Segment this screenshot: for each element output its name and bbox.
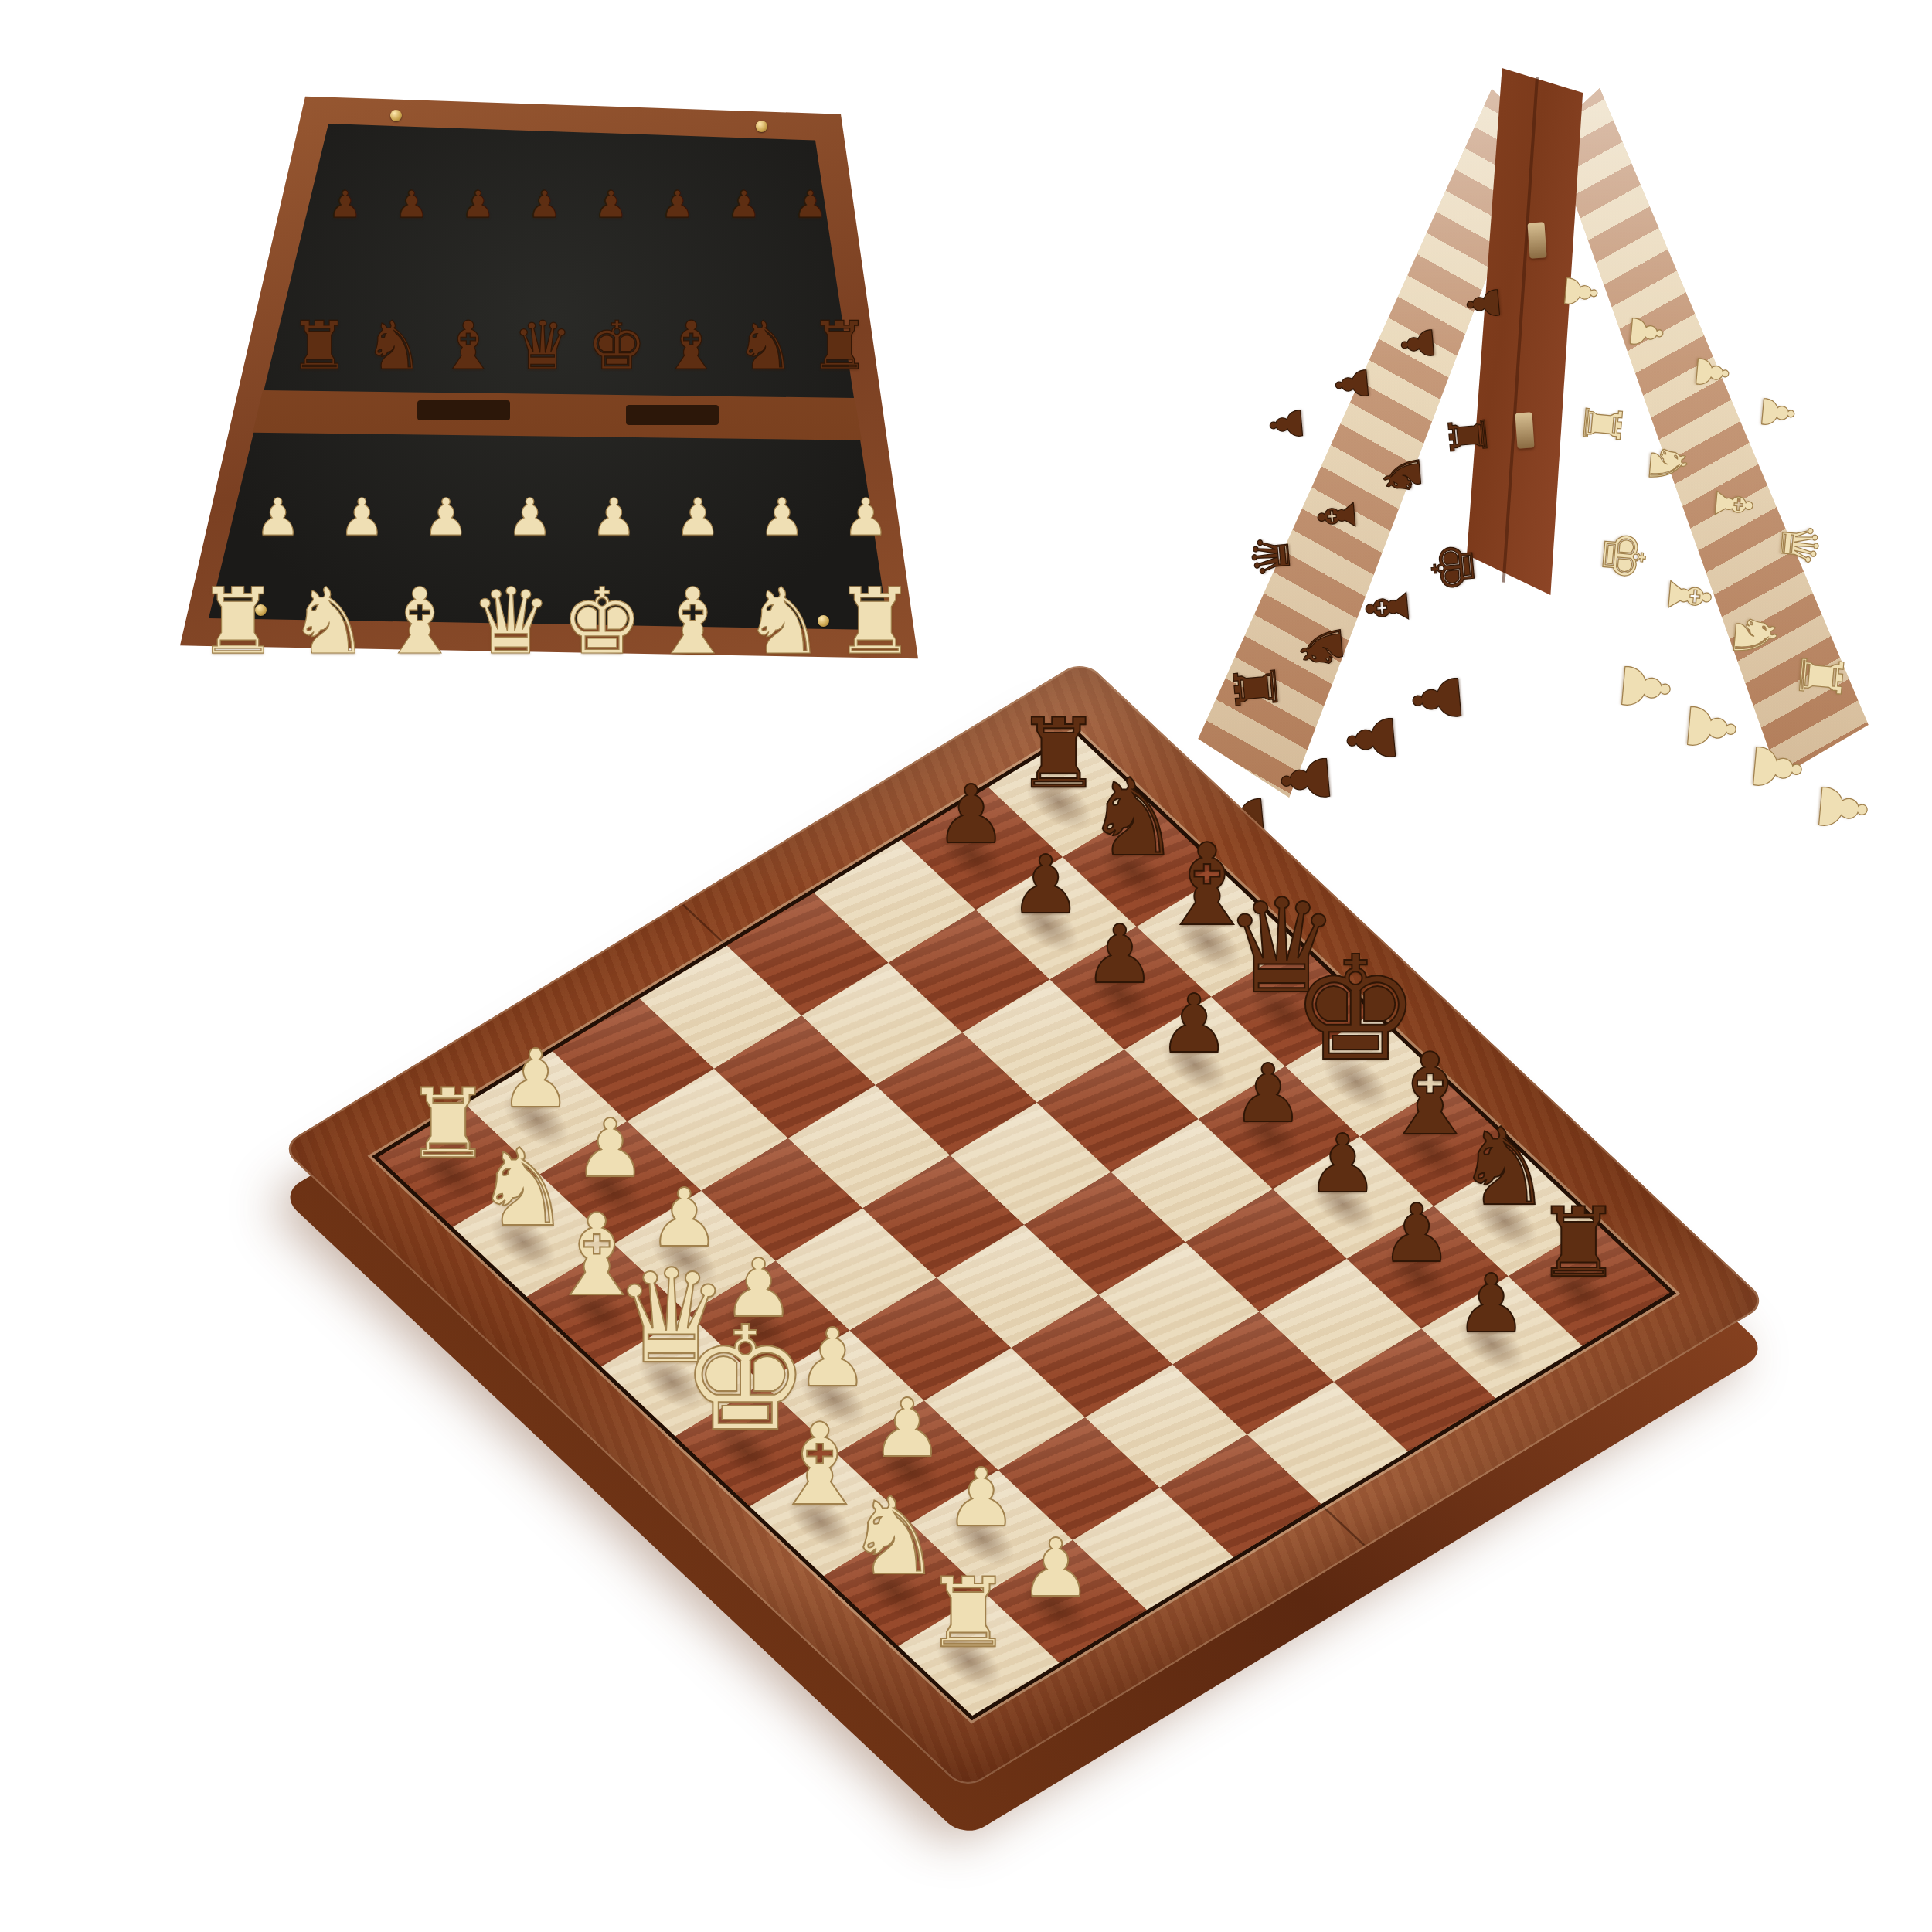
black-bishop: ♝: [1310, 492, 1364, 541]
white-pawn: ♟: [1623, 311, 1669, 354]
black-pawn: ♟: [1403, 668, 1472, 730]
black-rook: ♜: [810, 312, 869, 379]
white-king: ♚: [561, 576, 643, 667]
storage-box-view: ♟♟♟♟♟♟♟♟♜♞♝♛♚♝♞♜♟♟♟♟♟♟♟♟♜♞♝♛♚♝♞♜: [162, 77, 935, 672]
black-pawn: ♟: [661, 185, 694, 223]
folded-board-view: ♟♟♟♟♜♞♝♛♚♝♞♜♟♟♟♟♟♟♟♟♜♞♝♛♚♝♞♜♟♟♟♟: [1159, 54, 1893, 827]
black-rook: ♜: [1225, 660, 1287, 716]
white-knight: ♞: [288, 576, 370, 667]
white-pawn: ♟: [255, 492, 301, 543]
white-pawn: ♟: [1808, 777, 1877, 839]
hinge-icon: [1527, 222, 1546, 258]
black-rook: ♜: [1441, 411, 1495, 461]
black-pawn: ♟: [727, 185, 760, 223]
black-pawn: ♟: [1338, 708, 1406, 770]
black-king: ♚: [587, 312, 647, 379]
black-pawn: ♟: [395, 185, 428, 223]
white-knight: ♞: [1724, 608, 1786, 665]
white-rook: ♜: [834, 576, 916, 667]
white-pawn: ♟: [339, 492, 385, 543]
black-pawn: ♟: [1264, 403, 1310, 446]
board-frame: ♜♞♝♛♚♝♞♜♟♟♟♟♟♟♟♟♟♟♟♟♟♟♟♟♜♞♝♛♚♝♞♜: [280, 659, 1769, 1791]
white-bishop: ♝: [1658, 568, 1720, 624]
black-king: ♚: [1422, 539, 1484, 596]
white-rook[interactable]: ♜: [868, 1565, 1069, 1661]
black-pawn: ♟: [461, 185, 495, 223]
box-row-black-majors: ♜♞♝♛♚♝♞♜: [290, 295, 869, 379]
main-board-grid: ♜♞♝♛♚♝♞♜♟♟♟♟♟♟♟♟♟♟♟♟♟♟♟♟♜♞♝♛♚♝♞♜: [372, 730, 1676, 1721]
white-pawn: ♟: [1689, 352, 1735, 394]
black-pawn: ♟: [594, 185, 628, 223]
white-knight: ♞: [743, 576, 825, 667]
white-pawn: ♟: [759, 492, 804, 543]
black-knight: ♞: [1291, 620, 1352, 676]
white-queen: ♛: [1772, 520, 1826, 570]
black-knight: ♞: [1376, 451, 1430, 501]
white-pawn: ♟: [675, 492, 720, 543]
black-pawn: ♟: [528, 185, 561, 223]
hinge-icon: [1515, 412, 1534, 448]
black-knight: ♞: [736, 312, 795, 379]
white-king: ♚: [1593, 528, 1655, 584]
white-rook: ♜: [197, 576, 279, 667]
white-pawn: ♟: [1677, 696, 1746, 759]
black-knight: ♞: [364, 312, 423, 379]
brass-magnet-dot-icon: [756, 121, 767, 132]
white-pawn: ♟: [1611, 656, 1680, 719]
black-queen: ♛: [1244, 532, 1298, 581]
box-row-white-pawns: ♟♟♟♟♟♟♟♟: [255, 479, 889, 543]
white-pawn: ♟: [591, 492, 637, 543]
piece-anchor: ♜: [898, 1593, 1060, 1716]
black-pawn: ♟: [328, 185, 362, 223]
black-pawn: ♟: [1272, 748, 1341, 811]
black-pawn: ♟: [1461, 283, 1507, 325]
white-bishop: ♝: [379, 576, 461, 667]
white-pawn: ♟: [843, 492, 889, 543]
black-queen: ♛: [512, 312, 572, 379]
black-bishop: ♝: [662, 312, 721, 379]
product-photo-scene: ♟♟♟♟♟♟♟♟♜♞♝♛♚♝♞♜♟♟♟♟♟♟♟♟♜♞♝♛♚♝♞♜ ♟♟♟♟♜♞♝…: [0, 0, 1932, 1932]
white-bishop: ♝: [652, 576, 734, 667]
white-pawn: ♟: [423, 492, 468, 543]
white-rook: ♜: [1790, 648, 1852, 705]
hinge-slot-icon: [417, 400, 510, 420]
white-rook: ♜: [1575, 400, 1629, 449]
black-pawn: ♟: [1329, 363, 1376, 406]
hinge-slot-icon: [626, 405, 719, 425]
black-bishop: ♝: [438, 312, 498, 379]
white-pawn: ♟: [507, 492, 553, 543]
black-rook: ♜: [290, 312, 349, 379]
box-row-white-majors: ♜♞♝♛♚♝♞♜: [197, 553, 916, 667]
black-pawn: ♟: [1395, 323, 1441, 366]
white-pawn: ♟: [1754, 392, 1801, 434]
box-row-black-pawns: ♟♟♟♟♟♟♟♟: [328, 176, 827, 223]
white-pawn: ♟: [1743, 736, 1811, 799]
square-h1[interactable]: ♜: [898, 1593, 1060, 1716]
black-bishop: ♝: [1356, 580, 1418, 636]
main-board: ♜♞♝♛♚♝♞♜♟♟♟♟♟♟♟♟♟♟♟♟♟♟♟♟♜♞♝♛♚♝♞♜: [280, 659, 1769, 1791]
white-queen: ♛: [470, 576, 552, 667]
black-pawn: ♟: [794, 185, 827, 223]
white-pawn: ♟: [1557, 271, 1604, 314]
brass-magnet-dot-icon: [390, 110, 402, 121]
white-knight: ♞: [1641, 440, 1695, 489]
white-bishop: ♝: [1706, 480, 1760, 529]
